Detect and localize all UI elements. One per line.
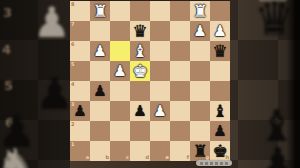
white-bishop-d6[interactable]: ♝: [130, 41, 150, 61]
square-e5[interactable]: [150, 61, 170, 81]
square-b2[interactable]: [90, 121, 110, 141]
black-pawn-d3[interactable]: ♟: [130, 101, 150, 121]
square-f6[interactable]: [170, 41, 190, 61]
white-pawn-g7[interactable]: ♟: [190, 21, 210, 41]
square-a6[interactable]: 6: [70, 41, 90, 61]
square-b4[interactable]: ♟: [90, 81, 110, 101]
square-d4[interactable]: [130, 81, 150, 101]
white-pawn-e3[interactable]: ♟: [150, 101, 170, 121]
background-rank-digit: 5: [4, 78, 13, 93]
background-white-pawn-icon: ♟: [33, 2, 70, 44]
square-c1[interactable]: c: [110, 141, 130, 161]
white-king-d5[interactable]: ♚: [130, 61, 150, 81]
square-c8[interactable]: [110, 1, 130, 21]
square-b1[interactable]: b: [90, 141, 110, 161]
square-c2[interactable]: [110, 121, 130, 141]
square-c3[interactable]: [110, 101, 130, 121]
file-label-d: d: [145, 155, 149, 160]
background-blur-right: ♜♛♝♟: [230, 0, 300, 168]
rank-label-6: 6: [71, 42, 74, 47]
square-e4[interactable]: [150, 81, 170, 101]
square-d1[interactable]: d: [130, 141, 150, 161]
file-label-a: a: [86, 155, 89, 160]
square-f5[interactable]: [170, 61, 190, 81]
rank-label-8: 8: [71, 2, 74, 7]
square-d2[interactable]: [130, 121, 150, 141]
rank-label-5: 5: [71, 62, 74, 67]
square-f1[interactable]: f: [170, 141, 190, 161]
square-b6[interactable]: ♟: [90, 41, 110, 61]
file-label-e: e: [166, 155, 169, 160]
file-label-c: c: [126, 155, 129, 160]
video-frame: 34567♟♟♟♞ ♜♛♝♟ 8♜♜7♛♟♟6♟♝♛5♟♚4♟3♟♟♟♝2♟1a…: [0, 0, 300, 168]
white-rook-b8[interactable]: ♜: [90, 1, 110, 21]
square-g8[interactable]: ♜: [190, 1, 210, 21]
square-e2[interactable]: [150, 121, 170, 141]
square-d8[interactable]: [130, 1, 150, 21]
square-e8[interactable]: [150, 1, 170, 21]
black-pawn-h2[interactable]: ♟: [210, 121, 230, 141]
white-pawn-h7[interactable]: ♟: [210, 21, 230, 41]
square-b8[interactable]: ♜: [90, 1, 110, 21]
square-d6[interactable]: ♝: [130, 41, 150, 61]
square-d5[interactable]: ♚: [130, 61, 150, 81]
square-b7[interactable]: [90, 21, 110, 41]
rank-label-7: 7: [71, 22, 74, 27]
black-pawn-b4[interactable]: ♟: [90, 81, 110, 101]
square-d7[interactable]: ♛: [130, 21, 150, 41]
square-g3[interactable]: [190, 101, 210, 121]
black-queen-d7[interactable]: ♛: [130, 21, 150, 41]
square-b3[interactable]: [90, 101, 110, 121]
square-h8[interactable]: [210, 1, 230, 21]
rank-label-1: 1: [71, 142, 74, 147]
square-f4[interactable]: [170, 81, 190, 101]
white-rook-g8[interactable]: ♜: [190, 1, 210, 21]
square-e7[interactable]: [150, 21, 170, 41]
square-e3[interactable]: ♟: [150, 101, 170, 121]
square-g5[interactable]: [190, 61, 210, 81]
background-rank-digit: 3: [3, 5, 12, 20]
background-white-knight-icon: ♞: [0, 142, 38, 168]
square-g6[interactable]: [190, 41, 210, 61]
rank-label-4: 4: [71, 82, 74, 87]
rank-label-2: 2: [71, 122, 74, 127]
chess-board[interactable]: 8♜♜7♛♟♟6♟♝♛5♟♚4♟3♟♟♟♝2♟1abcdefg♜h♚: [70, 1, 230, 161]
rank-label-3: 3: [71, 102, 74, 107]
square-f2[interactable]: [170, 121, 190, 141]
square-c5[interactable]: ♟: [110, 61, 130, 81]
square-h1[interactable]: h♚: [210, 141, 230, 161]
square-e6[interactable]: [150, 41, 170, 61]
background-rank-digit: 4: [2, 42, 11, 57]
square-f8[interactable]: [170, 1, 190, 21]
square-f7[interactable]: [170, 21, 190, 41]
square-a2[interactable]: 2: [70, 121, 90, 141]
white-pawn-b6[interactable]: ♟: [90, 41, 110, 61]
square-h6[interactable]: ♛: [210, 41, 230, 61]
square-h7[interactable]: ♟: [210, 21, 230, 41]
square-h5[interactable]: [210, 61, 230, 81]
square-g1[interactable]: g♜: [190, 141, 210, 161]
square-a3[interactable]: 3♟: [70, 101, 90, 121]
file-label-b: b: [105, 155, 109, 160]
square-h2[interactable]: ♟: [210, 121, 230, 141]
square-a8[interactable]: 8: [70, 1, 90, 21]
black-bishop-h3[interactable]: ♝: [210, 101, 230, 121]
square-a7[interactable]: 7: [70, 21, 90, 41]
square-g7[interactable]: ♟: [190, 21, 210, 41]
background-blur-left: 34567♟♟♟♞: [0, 0, 70, 168]
square-c7[interactable]: [110, 21, 130, 41]
square-d3[interactable]: ♟: [130, 101, 150, 121]
square-g4[interactable]: [190, 81, 210, 101]
square-a4[interactable]: 4: [70, 81, 90, 101]
square-g2[interactable]: [190, 121, 210, 141]
square-b5[interactable]: [90, 61, 110, 81]
file-label-f: f: [187, 155, 189, 160]
square-f3[interactable]: [170, 101, 190, 121]
watermark-text-smudge: [200, 162, 228, 165]
square-h4[interactable]: [210, 81, 230, 101]
watermark-badge: [196, 160, 232, 166]
black-queen-h6[interactable]: ♛: [210, 41, 230, 61]
background-black-pawn-icon: ♟: [258, 142, 297, 168]
background-black-queen-icon: ♛: [254, 0, 295, 42]
square-a5[interactable]: 5: [70, 61, 90, 81]
square-e1[interactable]: e: [150, 141, 170, 161]
white-pawn-c5[interactable]: ♟: [110, 61, 130, 81]
square-h3[interactable]: ♝: [210, 101, 230, 121]
square-c4[interactable]: [110, 81, 130, 101]
square-a1[interactable]: 1a: [70, 141, 90, 161]
square-c6[interactable]: [110, 41, 130, 61]
background-black-pawn-icon: ♟: [35, 72, 70, 116]
